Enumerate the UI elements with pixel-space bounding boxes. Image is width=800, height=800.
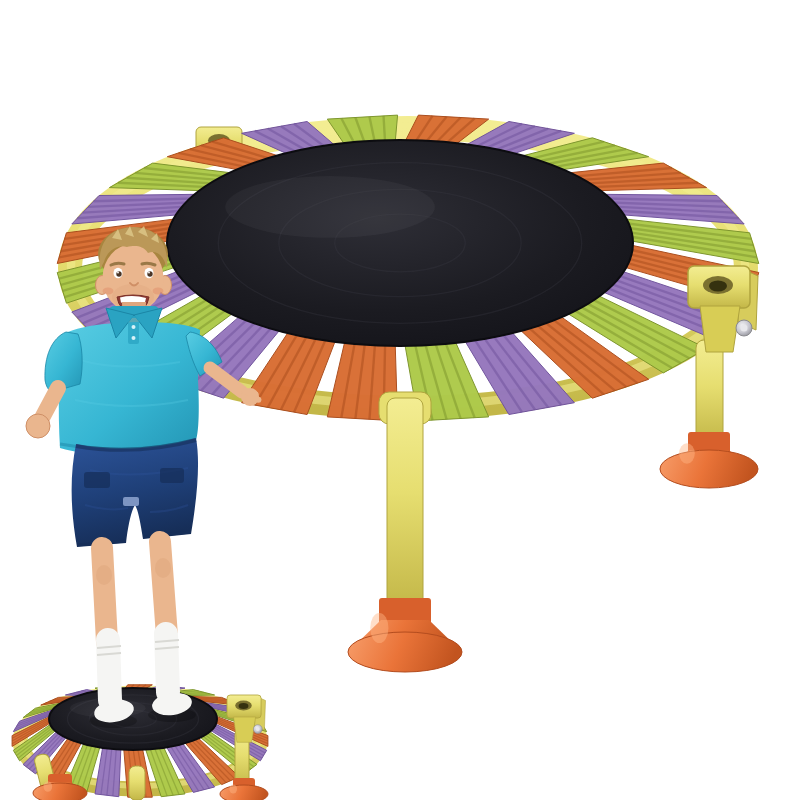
small-trampoline-suction-foot-1-base xyxy=(220,785,268,800)
boy-brow-right xyxy=(142,263,155,265)
small-trampoline xyxy=(12,685,268,800)
boy-shorts-tag xyxy=(123,497,139,506)
small-trampoline-frame-clamp-arm xyxy=(234,717,256,742)
small-trampoline-leg-1 xyxy=(129,766,145,800)
big-trampoline-suction-foot-1 xyxy=(660,432,758,488)
boy-shorts xyxy=(72,438,198,547)
boy-leg-right xyxy=(160,542,167,636)
big-trampoline-jumping-mat xyxy=(167,140,633,346)
big-trampoline-suction-foot-1-base xyxy=(660,450,758,488)
scene-svg xyxy=(0,0,800,800)
big-trampoline-suction-foot-0-base xyxy=(348,632,462,672)
big-trampoline-leg-1 xyxy=(696,340,723,442)
big-trampoline-frame-clamp-arm xyxy=(700,306,740,352)
boy-leg-left xyxy=(102,548,107,642)
big-trampoline-suction-foot-0 xyxy=(348,598,462,672)
boy-shorts-pocket-right xyxy=(160,468,184,483)
boy-shorts-pocket-left xyxy=(84,472,110,488)
big-trampoline-leg-0 xyxy=(387,398,423,608)
boy-brow-left xyxy=(111,263,124,265)
boy-sock-right xyxy=(166,634,168,692)
product-photo xyxy=(0,0,800,800)
small-trampoline-suction-foot-0-base xyxy=(33,783,87,800)
boy-fist-left xyxy=(26,414,50,438)
boy-sock-left xyxy=(108,640,110,700)
boy-arm-left xyxy=(42,388,58,418)
